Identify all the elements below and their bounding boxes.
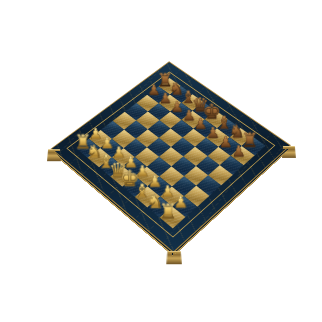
black-pawn: ♟ xyxy=(232,144,246,159)
chess-board: ♜♞♝♛♚♝♞♜♟♟♟♟♟♟♟♟♟♟♟♟♟♟♟♟♜♞♝♛♚♝♞♜ xyxy=(51,61,291,253)
board-foot-left xyxy=(47,149,61,161)
playing-area: ♜♞♝♛♚♝♞♜♟♟♟♟♟♟♟♟♟♟♟♟♟♟♟♟♜♞♝♛♚♝♞♜ xyxy=(76,78,265,228)
white-rook: ♜ xyxy=(159,201,177,222)
square-g5 xyxy=(196,156,220,175)
board-frame: ♜♞♝♛♚♝♞♜♟♟♟♟♟♟♟♟♟♟♟♟♟♟♟♟♜♞♝♛♚♝♞♜ xyxy=(51,61,291,253)
black-pawn: ♟ xyxy=(219,135,232,150)
photo-background: ♜♞♝♛♚♝♞♜♟♟♟♟♟♟♟♟♟♟♟♟♟♟♟♟♜♞♝♛♚♝♞♜ xyxy=(0,0,322,322)
square-h3 xyxy=(185,186,210,207)
board-foot-front xyxy=(166,251,182,264)
